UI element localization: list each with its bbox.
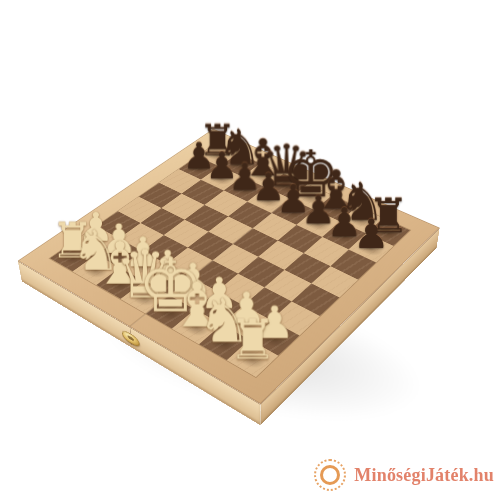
chess-board: ♜♞♝♛♚♝♞♜♟♟♟♟♟♟♟♟♟♟♟♟♟♟♟♟♜♞♝♛♚♝♞♜: [18, 129, 440, 404]
square-h7: ♟: [349, 234, 394, 263]
square-h1: ♜: [227, 340, 278, 377]
watermark-text: MinőségiJáték.hu: [354, 465, 494, 486]
sun-logo-icon: [313, 458, 347, 492]
black-pawn: ♟: [329, 214, 414, 254]
scene: ♜♞♝♛♚♝♞♜♟♟♟♟♟♟♟♟♟♟♟♟♟♟♟♟♜♞♝♛♚♝♞♜: [0, 0, 500, 500]
square-h6: [330, 250, 376, 280]
square-h5: [311, 266, 358, 297]
board-grid: ♜♞♝♛♚♝♞♜♟♟♟♟♟♟♟♟♟♟♟♟♟♟♟♟♜♞♝♛♚♝♞♜: [50, 144, 410, 377]
white-rook: ♜: [205, 312, 301, 367]
board-top-face: ♜♞♝♛♚♝♞♜♟♟♟♟♟♟♟♟♟♟♟♟♟♟♟♟♜♞♝♛♚♝♞♜: [18, 129, 440, 404]
watermark: MinőségiJáték.hu: [313, 458, 494, 492]
product-photo: ♜♞♝♛♚♝♞♜♟♟♟♟♟♟♟♟♟♟♟♟♟♟♟♟♜♞♝♛♚♝♞♜ Minőség…: [0, 0, 500, 500]
